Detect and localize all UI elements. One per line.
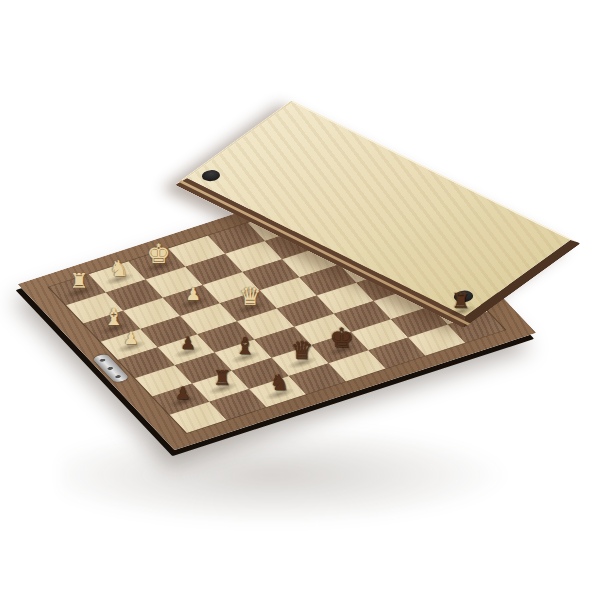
rubber-foot-icon xyxy=(198,168,224,183)
floor-shadow xyxy=(60,420,530,530)
chess-set-photo: ♜♞♚♝♟♟♛♟♝♟♜♛♚♜♞ xyxy=(0,0,600,600)
rubber-foot-icon xyxy=(450,288,477,304)
